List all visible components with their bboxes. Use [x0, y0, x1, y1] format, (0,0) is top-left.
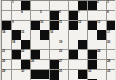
clue-number: 7: [78, 10, 79, 13]
clue-number: 16: [50, 30, 53, 33]
white-cell[interactable]: 24: [97, 50, 106, 59]
white-cell[interactable]: [21, 79, 30, 80]
white-cell[interactable]: 4: [21, 11, 30, 20]
black-cell: [69, 21, 78, 30]
white-cell[interactable]: [40, 60, 49, 69]
white-cell[interactable]: [2, 79, 11, 80]
white-cell[interactable]: 14: [2, 30, 11, 39]
black-cell: [107, 21, 116, 30]
black-cell: [69, 50, 78, 59]
clue-number: 18: [12, 40, 15, 43]
white-cell[interactable]: 15: [21, 30, 30, 39]
white-cell[interactable]: [59, 1, 68, 10]
white-cell[interactable]: [40, 79, 49, 80]
white-cell[interactable]: [31, 40, 40, 49]
white-cell[interactable]: [107, 50, 116, 59]
white-cell[interactable]: [78, 60, 87, 69]
white-cell[interactable]: [97, 60, 106, 69]
clue-number: 26: [31, 59, 34, 62]
black-cell: [97, 30, 106, 39]
white-cell[interactable]: [69, 60, 78, 69]
white-cell[interactable]: [59, 79, 68, 80]
crossword-grid: 1234567891011121314151617181920212223242…: [1, 0, 115, 80]
white-cell[interactable]: 25: [2, 60, 11, 69]
clue-number: 4: [21, 10, 22, 13]
black-cell: [50, 60, 59, 69]
white-cell[interactable]: [31, 79, 40, 80]
white-cell[interactable]: 13: [97, 21, 106, 30]
clue-number: 19: [59, 40, 62, 43]
white-cell[interactable]: 17: [107, 30, 116, 39]
white-cell[interactable]: [97, 11, 106, 20]
white-cell[interactable]: [107, 79, 116, 80]
white-cell[interactable]: [12, 70, 21, 79]
white-cell[interactable]: [69, 40, 78, 49]
clue-number: 9: [12, 20, 13, 23]
white-cell[interactable]: [78, 79, 87, 80]
clue-number: 15: [21, 30, 24, 33]
clue-number: 30: [21, 69, 24, 72]
white-cell[interactable]: 8: [107, 11, 116, 20]
black-cell: [21, 1, 30, 10]
white-cell[interactable]: [31, 1, 40, 10]
black-cell: [50, 70, 59, 79]
clue-number: 24: [97, 49, 100, 52]
black-cell: [31, 70, 40, 79]
clue-number: 13: [97, 20, 100, 23]
white-cell[interactable]: 28: [107, 60, 116, 69]
black-cell: [12, 30, 21, 39]
black-cell: [78, 40, 87, 49]
white-cell[interactable]: [78, 50, 87, 59]
black-cell: [88, 50, 97, 59]
clue-number: 10: [40, 20, 43, 23]
white-cell[interactable]: [50, 40, 59, 49]
white-cell[interactable]: 18: [12, 40, 21, 49]
white-cell[interactable]: 20: [107, 40, 116, 49]
white-cell[interactable]: [69, 30, 78, 39]
white-cell[interactable]: [97, 70, 106, 79]
black-cell: [88, 79, 97, 80]
white-cell[interactable]: [40, 1, 49, 10]
black-cell: [40, 30, 49, 39]
white-cell[interactable]: [2, 1, 11, 10]
white-cell[interactable]: 12: [78, 21, 87, 30]
clue-number: 1: [12, 0, 13, 3]
black-cell: [50, 79, 59, 80]
clue-number: 12: [78, 20, 81, 23]
black-cell: [12, 50, 21, 59]
white-cell[interactable]: [97, 79, 106, 80]
clue-number: 21: [2, 49, 5, 52]
white-cell[interactable]: [69, 1, 78, 10]
clue-number: 2: [97, 0, 98, 3]
clue-number: 23: [59, 49, 62, 52]
white-cell[interactable]: 5: [40, 11, 49, 20]
clue-number: 25: [2, 59, 5, 62]
black-cell: [88, 1, 97, 10]
black-cell: [78, 1, 87, 10]
white-cell[interactable]: 33: [107, 70, 116, 79]
black-cell: [69, 11, 78, 20]
white-cell[interactable]: [12, 11, 21, 20]
clue-number: 29: [2, 69, 5, 72]
white-cell[interactable]: [69, 70, 78, 79]
white-cell[interactable]: 32: [88, 70, 97, 79]
crossword-board: 1234567891011121314151617181920212223242…: [0, 0, 115, 80]
white-cell[interactable]: 23: [59, 50, 68, 59]
black-cell: [21, 60, 30, 69]
clue-number: 27: [59, 59, 62, 62]
white-cell[interactable]: [31, 11, 40, 20]
white-cell[interactable]: 16: [50, 30, 59, 39]
white-cell[interactable]: 29: [2, 70, 11, 79]
clue-number: 33: [107, 69, 110, 72]
white-cell[interactable]: [69, 79, 78, 80]
white-cell[interactable]: [21, 21, 30, 30]
white-cell[interactable]: [12, 79, 21, 80]
white-cell[interactable]: 1: [12, 1, 21, 10]
white-cell[interactable]: 2: [97, 1, 106, 10]
white-cell[interactable]: [50, 1, 59, 10]
white-cell[interactable]: 3: [107, 1, 116, 10]
clue-number: 14: [2, 30, 5, 33]
black-cell: [31, 50, 40, 59]
white-cell[interactable]: [50, 50, 59, 59]
black-cell: [40, 70, 49, 79]
white-cell[interactable]: [12, 60, 21, 69]
black-cell: [88, 21, 97, 30]
white-cell[interactable]: 30: [21, 70, 30, 79]
black-cell: [78, 70, 87, 79]
white-cell[interactable]: [88, 11, 97, 20]
white-cell[interactable]: 6: [59, 11, 68, 20]
white-cell[interactable]: 11: [59, 21, 68, 30]
clue-number: 20: [107, 40, 110, 43]
black-cell: [2, 21, 11, 30]
white-cell[interactable]: 27: [59, 60, 68, 69]
white-cell[interactable]: 31: [59, 70, 68, 79]
white-cell[interactable]: 10: [40, 21, 49, 30]
clue-number: 31: [59, 69, 62, 72]
clue-number: 8: [107, 10, 108, 13]
white-cell[interactable]: [59, 30, 68, 39]
white-cell[interactable]: 22: [21, 50, 30, 59]
white-cell[interactable]: [31, 30, 40, 39]
white-cell[interactable]: [40, 40, 49, 49]
white-cell[interactable]: 21: [2, 50, 11, 59]
clue-number: 11: [59, 20, 62, 23]
clue-number: 6: [59, 10, 60, 13]
white-cell[interactable]: [88, 30, 97, 39]
clue-number: 5: [40, 10, 41, 13]
black-cell: [50, 11, 59, 20]
white-cell[interactable]: [88, 40, 97, 49]
clue-number: 28: [107, 59, 110, 62]
white-cell[interactable]: [2, 11, 11, 20]
white-cell[interactable]: 7: [78, 11, 87, 20]
clue-number: 17: [107, 30, 110, 33]
clue-number: 3: [107, 0, 108, 3]
white-cell[interactable]: [40, 50, 49, 59]
clue-number: 22: [21, 49, 24, 52]
black-cell: [31, 21, 40, 30]
black-cell: [88, 60, 97, 69]
white-cell[interactable]: 9: [12, 21, 21, 30]
white-cell[interactable]: [78, 30, 87, 39]
white-cell[interactable]: 26: [31, 60, 40, 69]
clue-number: 32: [88, 69, 91, 72]
black-cell: [50, 21, 59, 30]
